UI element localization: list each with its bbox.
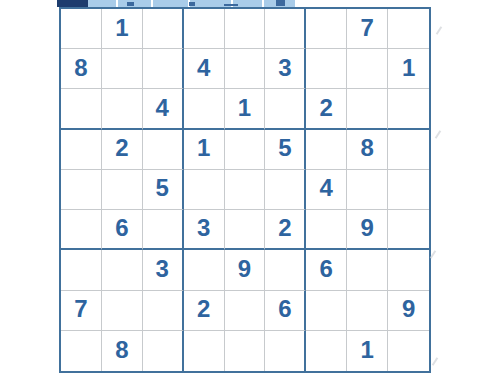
sudoku-cell-r7c6[interactable] — [265, 250, 306, 290]
sudoku-cell-r4c9[interactable] — [388, 130, 429, 170]
artifact-mark — [436, 26, 442, 35]
toolbar-separator — [262, 0, 264, 7]
sudoku-cell-r4c1[interactable] — [61, 130, 102, 170]
toolbar-fleck — [276, 0, 285, 6]
sudoku-cell-r5c5[interactable] — [225, 170, 266, 210]
sudoku-cell-r5c7[interactable]: 4 — [306, 170, 347, 210]
toolbar-fleck — [224, 4, 238, 6]
sudoku-cell-r8c9[interactable]: 9 — [388, 291, 429, 331]
sudoku-cell-r2c4[interactable]: 4 — [184, 49, 225, 89]
sudoku-cell-r7c5[interactable]: 9 — [225, 250, 266, 290]
sudoku-cell-r8c1[interactable]: 7 — [61, 291, 102, 331]
sudoku-cell-r9c5[interactable] — [225, 331, 266, 371]
sudoku-cell-r1c5[interactable] — [225, 9, 266, 49]
sudoku-cell-r1c9[interactable] — [388, 9, 429, 49]
sudoku-cell-r3c6[interactable] — [265, 89, 306, 129]
sudoku-cell-r2c8[interactable] — [347, 49, 388, 89]
sudoku-cell-r7c2[interactable] — [102, 250, 143, 290]
sudoku-cell-r7c7[interactable]: 6 — [306, 250, 347, 290]
sudoku-cell-r1c2[interactable]: 1 — [102, 9, 143, 49]
artifact-mark — [435, 130, 441, 139]
toolbar-fleck — [189, 2, 195, 6]
sudoku-cell-r2c3[interactable] — [143, 49, 184, 89]
sudoku-cell-r7c4[interactable] — [184, 250, 225, 290]
sudoku-cell-r6c1[interactable] — [61, 210, 102, 250]
sudoku-cell-r6c7[interactable] — [306, 210, 347, 250]
sudoku-cell-r6c4[interactable]: 3 — [184, 210, 225, 250]
sudoku-cell-r2c9[interactable]: 1 — [388, 49, 429, 89]
sudoku-cell-r9c2[interactable]: 8 — [102, 331, 143, 371]
sudoku-cell-r2c1[interactable]: 8 — [61, 49, 102, 89]
sudoku-cell-r9c4[interactable] — [184, 331, 225, 371]
sudoku-cell-r2c2[interactable] — [102, 49, 143, 89]
sudoku-cell-r9c7[interactable] — [306, 331, 347, 371]
sudoku-cell-r5c2[interactable] — [102, 170, 143, 210]
sudoku-cell-r6c9[interactable] — [388, 210, 429, 250]
sudoku-cell-r1c8[interactable]: 7 — [347, 9, 388, 49]
cropped-toolbar-strip — [57, 0, 295, 7]
sudoku-cell-r8c5[interactable] — [225, 291, 266, 331]
sudoku-cell-r5c8[interactable] — [347, 170, 388, 210]
sudoku-cell-r4c4[interactable]: 1 — [184, 130, 225, 170]
sudoku-cell-r1c7[interactable] — [306, 9, 347, 49]
sudoku-cell-r6c2[interactable]: 6 — [102, 210, 143, 250]
sudoku-cell-r4c3[interactable] — [143, 130, 184, 170]
sudoku-cell-r7c9[interactable] — [388, 250, 429, 290]
sudoku-cell-r5c4[interactable] — [184, 170, 225, 210]
sudoku-cell-r3c5[interactable]: 1 — [225, 89, 266, 129]
sudoku-cell-r1c6[interactable] — [265, 9, 306, 49]
toolbar-separator — [151, 0, 153, 7]
sudoku-cell-r8c8[interactable] — [347, 291, 388, 331]
sudoku-cell-r9c1[interactable] — [61, 331, 102, 371]
sudoku-cell-r4c2[interactable]: 2 — [102, 130, 143, 170]
sudoku-cell-r8c4[interactable]: 2 — [184, 291, 225, 331]
sudoku-cell-r5c3[interactable]: 5 — [143, 170, 184, 210]
sudoku-cell-r3c4[interactable] — [184, 89, 225, 129]
sudoku-board: 1784314122158546329396726981 — [59, 7, 431, 373]
sudoku-cell-r4c5[interactable] — [225, 130, 266, 170]
sudoku-cell-r9c8[interactable]: 1 — [347, 331, 388, 371]
sudoku-cell-r6c6[interactable]: 2 — [265, 210, 306, 250]
sudoku-cell-r3c1[interactable] — [61, 89, 102, 129]
sudoku-cell-r8c7[interactable] — [306, 291, 347, 331]
sudoku-cell-r3c9[interactable] — [388, 89, 429, 129]
sudoku-cell-r4c8[interactable]: 8 — [347, 130, 388, 170]
sudoku-page: 1784314122158546329396726981 — [0, 0, 500, 375]
sudoku-cell-r9c3[interactable] — [143, 331, 184, 371]
sudoku-cell-r9c6[interactable] — [265, 331, 306, 371]
sudoku-cell-r8c3[interactable] — [143, 291, 184, 331]
sudoku-cell-r3c2[interactable] — [102, 89, 143, 129]
sudoku-cell-r4c7[interactable] — [306, 130, 347, 170]
sudoku-cell-r5c1[interactable] — [61, 170, 102, 210]
sudoku-cell-r1c4[interactable] — [184, 9, 225, 49]
sudoku-cell-r2c7[interactable] — [306, 49, 347, 89]
sudoku-cell-r7c8[interactable] — [347, 250, 388, 290]
sudoku-cell-r1c3[interactable] — [143, 9, 184, 49]
sudoku-cell-r3c7[interactable]: 2 — [306, 89, 347, 129]
sudoku-cell-r7c1[interactable] — [61, 250, 102, 290]
sudoku-cell-r7c3[interactable]: 3 — [143, 250, 184, 290]
sudoku-cell-r8c2[interactable] — [102, 291, 143, 331]
sudoku-cell-r2c5[interactable] — [225, 49, 266, 89]
sudoku-cell-r9c9[interactable] — [388, 331, 429, 371]
toolbar-fleck — [127, 2, 134, 6]
sudoku-cell-r1c1[interactable] — [61, 9, 102, 49]
sudoku-cell-r6c8[interactable]: 9 — [347, 210, 388, 250]
artifact-mark — [432, 357, 438, 366]
sudoku-cell-r8c6[interactable]: 6 — [265, 291, 306, 331]
sudoku-cell-r4c6[interactable]: 5 — [265, 130, 306, 170]
sudoku-cell-r2c6[interactable]: 3 — [265, 49, 306, 89]
sudoku-cell-r3c3[interactable]: 4 — [143, 89, 184, 129]
toolbar-navy-block — [57, 0, 88, 7]
sudoku-cell-r5c6[interactable] — [265, 170, 306, 210]
sudoku-cell-r5c9[interactable] — [388, 170, 429, 210]
sudoku-cell-r3c8[interactable] — [347, 89, 388, 129]
sudoku-cell-r6c5[interactable] — [225, 210, 266, 250]
sudoku-cell-r6c3[interactable] — [143, 210, 184, 250]
toolbar-separator — [116, 0, 118, 7]
